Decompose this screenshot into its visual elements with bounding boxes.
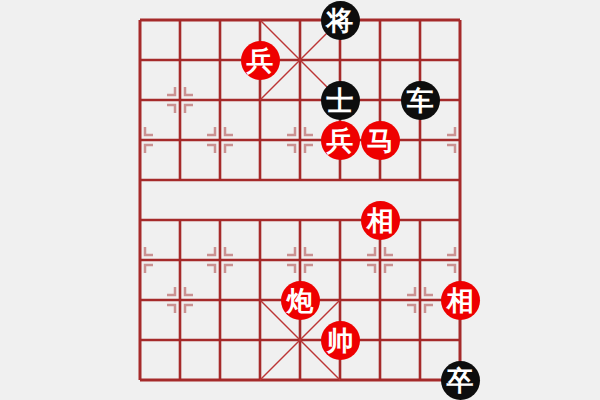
intersection-6-5: 相 — [360, 200, 400, 240]
intersection-5-3: 兵 — [320, 120, 360, 160]
xiangqi-board: 将兵士车兵马相炮相帅卒 — [120, 0, 480, 400]
piece-black-soldier[interactable]: 卒 — [441, 361, 480, 400]
piece-red-soldier-a[interactable]: 兵 — [241, 41, 280, 80]
piece-black-general[interactable]: 将 — [321, 1, 360, 40]
xiangqi-app: 将兵士车兵马相炮相帅卒 — [0, 0, 600, 400]
intersection-7-2: 车 — [400, 80, 440, 120]
piece-red-elephant-a[interactable]: 相 — [361, 201, 400, 240]
intersection-3-1: 兵 — [240, 40, 280, 80]
intersection-8-9: 卒 — [440, 360, 480, 400]
intersection-4-7: 炮 — [280, 280, 320, 320]
intersection-5-8: 帅 — [320, 320, 360, 360]
piece-black-chariot[interactable]: 车 — [401, 81, 440, 120]
piece-red-horse[interactable]: 马 — [361, 121, 400, 160]
piece-red-elephant-b[interactable]: 相 — [441, 281, 480, 320]
intersection-5-2: 士 — [320, 80, 360, 120]
piece-red-cannon[interactable]: 炮 — [281, 281, 320, 320]
intersection-8-7: 相 — [440, 280, 480, 320]
intersection-5-0: 将 — [320, 0, 360, 40]
piece-red-soldier-b[interactable]: 兵 — [321, 121, 360, 160]
intersection-6-3: 马 — [360, 120, 400, 160]
piece-red-general[interactable]: 帅 — [321, 321, 360, 360]
piece-black-advisor[interactable]: 士 — [321, 81, 360, 120]
